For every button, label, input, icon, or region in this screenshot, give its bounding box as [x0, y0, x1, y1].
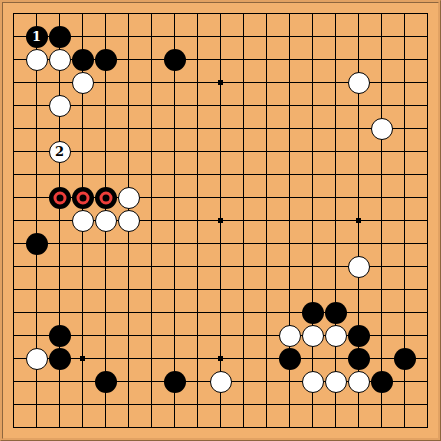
black-stone: [164, 49, 186, 71]
white-stone: [118, 187, 140, 209]
black-stone: [95, 49, 117, 71]
white-stone: [371, 118, 393, 140]
black-stone: 1: [26, 26, 48, 48]
move-number-label: 1: [32, 29, 41, 44]
move-number-label: 2: [55, 144, 64, 159]
black-stone: [49, 187, 71, 209]
white-stone: [26, 49, 48, 71]
black-stone: [95, 187, 117, 209]
black-stone: [49, 26, 71, 48]
white-stone: [72, 210, 94, 232]
white-stone: [348, 72, 370, 94]
white-stone: [302, 371, 324, 393]
white-stone: [302, 325, 324, 347]
white-stone: [279, 325, 301, 347]
black-stone: [72, 49, 94, 71]
circle-marker: [76, 191, 89, 204]
circle-marker: [53, 191, 66, 204]
white-stone: [26, 348, 48, 370]
black-stone: [164, 371, 186, 393]
black-stone: [72, 187, 94, 209]
white-stone: [95, 210, 117, 232]
black-stone: [394, 348, 416, 370]
white-stone: [72, 72, 94, 94]
white-stone: [49, 95, 71, 117]
black-stone: [279, 348, 301, 370]
white-stone: 2: [49, 141, 71, 163]
white-stone: [118, 210, 140, 232]
circle-marker: [99, 191, 112, 204]
black-stone: [302, 302, 324, 324]
white-stone: [49, 49, 71, 71]
white-stone: [348, 256, 370, 278]
white-stone: [325, 371, 347, 393]
star-point: [218, 80, 223, 85]
black-stone: [348, 348, 370, 370]
star-point: [218, 356, 223, 361]
black-stone: [371, 371, 393, 393]
white-stone: [325, 325, 347, 347]
black-stone: [325, 302, 347, 324]
black-stone: [49, 348, 71, 370]
black-stone: [348, 325, 370, 347]
white-stone: [210, 371, 232, 393]
black-stone: [95, 371, 117, 393]
star-point: [356, 218, 361, 223]
go-board[interactable]: 12: [0, 0, 441, 441]
star-point: [218, 218, 223, 223]
black-stone: [49, 325, 71, 347]
star-point: [80, 356, 85, 361]
white-stone: [348, 371, 370, 393]
black-stone: [26, 233, 48, 255]
